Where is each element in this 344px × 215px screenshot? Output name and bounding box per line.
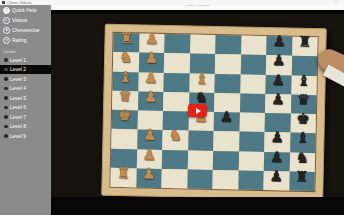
square-c6 xyxy=(240,74,266,94)
level-bullet-icon xyxy=(4,106,8,110)
square-e1: ♚ xyxy=(112,110,138,130)
level-bullet-icon xyxy=(4,68,8,72)
square-h1: ♜ xyxy=(110,168,136,188)
sidebar-item-level-7[interactable]: Level 7 xyxy=(0,112,51,122)
sidebar-menu: ?Quick Help▸Videos♞Chessercise★Rating xyxy=(0,5,51,45)
white-pawn-d2: ♟ xyxy=(138,87,164,107)
black-pawn-b7: ♟ xyxy=(266,51,292,71)
square-e6 xyxy=(239,113,265,133)
square-h8: ♜ xyxy=(289,171,315,191)
sidebar-item-label: Videos xyxy=(12,17,27,23)
exercise-icon: ♞ xyxy=(3,27,10,34)
square-h3 xyxy=(161,169,187,189)
white-pawn-b2: ♟ xyxy=(138,49,164,69)
sidebar: ?Quick Help▸Videos♞Chessercise★Rating Le… xyxy=(0,5,51,215)
window-title: Chess Videos xyxy=(7,0,32,5)
chess-board-frame: ♜♟♟♜♞♟♟♝♟♝♟♝♛♟♞♟♛♚♟♟♚♟♞♟♝♟♟♞♜♟♟♜ xyxy=(101,24,327,197)
play-button[interactable] xyxy=(188,104,207,117)
video-controls-bar[interactable] xyxy=(51,197,344,215)
level-label: Level 9 xyxy=(10,133,26,139)
square-a8: ♜ xyxy=(292,37,318,57)
black-pawn-f7: ♟ xyxy=(264,128,290,148)
sidebar-item-label: Rating xyxy=(12,37,26,43)
square-f6 xyxy=(239,132,265,152)
app-window: Chess Videos ⋯ ?Quick Help▸Videos♞Chesse… xyxy=(0,0,344,215)
black-pawn-d7: ♟ xyxy=(265,90,291,110)
video-player[interactable]: ♜♟♟♜♞♟♟♝♟♝♟♝♛♟♞♟♛♚♟♟♚♟♞♟♝♟♟♞♜♟♟♜ xyxy=(51,10,344,215)
square-a6 xyxy=(241,36,267,56)
square-h5 xyxy=(212,170,238,190)
square-b5 xyxy=(215,54,241,74)
sidebar-item-chessercise[interactable]: ♞Chessercise xyxy=(0,25,51,35)
sidebar-item-label: Quick Help xyxy=(12,7,36,13)
level-bullet-icon xyxy=(4,58,8,62)
white-queen-d1: ♛ xyxy=(112,87,138,107)
square-h7: ♟ xyxy=(263,171,289,191)
square-a3 xyxy=(164,34,190,54)
levels-section-label: Levels xyxy=(0,48,51,55)
window-controls[interactable]: ⋯ xyxy=(334,1,340,4)
square-h6 xyxy=(238,170,264,190)
white-pawn-f2: ♟ xyxy=(137,126,163,146)
sidebar-item-level-3[interactable]: Level 3 xyxy=(0,74,51,84)
app-icon xyxy=(2,1,5,4)
black-bishop-c8: ♝ xyxy=(291,71,317,91)
black-pawn-a7: ♟ xyxy=(266,32,292,52)
white-bishop-c4: ♝ xyxy=(189,69,215,89)
black-queen-d8: ♛ xyxy=(291,90,317,110)
level-bullet-icon xyxy=(4,77,8,81)
square-d3 xyxy=(163,92,189,112)
sidebar-item-level-9[interactable]: Level 9 xyxy=(0,131,51,141)
level-label: Level 2 xyxy=(10,66,26,72)
chess-board: ♜♟♟♜♞♟♟♝♟♝♟♝♛♟♞♟♛♚♟♟♚♟♞♟♝♟♟♞♜♟♟♜ xyxy=(109,32,318,192)
level-label: Level 6 xyxy=(10,104,26,110)
black-pawn-h7: ♟ xyxy=(263,167,289,187)
sidebar-item-level-5[interactable]: Level 5 xyxy=(0,93,51,103)
white-knight-b1: ♞ xyxy=(113,48,139,68)
square-f3: ♞ xyxy=(162,130,188,150)
black-king-e8: ♚ xyxy=(290,110,316,130)
square-b3 xyxy=(164,53,190,73)
level-bullet-icon xyxy=(4,134,8,138)
square-f5 xyxy=(213,131,239,151)
sidebar-item-rating[interactable]: ★Rating xyxy=(0,35,51,45)
black-rook-h8: ♜ xyxy=(289,167,315,187)
level-label: Level 8 xyxy=(10,123,26,129)
square-c3 xyxy=(163,72,189,92)
play-icon xyxy=(196,108,201,114)
black-knight-g8: ♞ xyxy=(289,148,315,168)
sidebar-item-label: Chessercise xyxy=(12,27,40,33)
square-g4 xyxy=(187,150,213,170)
square-g3 xyxy=(162,149,188,169)
levels-list: Level 1Level 2Level 3Level 4Level 5Level… xyxy=(0,55,51,141)
level-label: Level 5 xyxy=(10,95,26,101)
sidebar-item-level-6[interactable]: Level 6 xyxy=(0,103,51,113)
square-f1 xyxy=(111,129,137,149)
square-b6 xyxy=(240,55,266,75)
white-king-e1: ♚ xyxy=(112,106,138,126)
sidebar-item-level-2[interactable]: Level 2 xyxy=(0,65,51,75)
black-pawn-e5: ♟ xyxy=(214,108,240,128)
square-c5 xyxy=(214,74,240,94)
level-label: Level 4 xyxy=(10,85,26,91)
black-rook-a8: ♜ xyxy=(292,33,318,53)
level-bullet-icon xyxy=(4,87,8,91)
level-label: Level 7 xyxy=(10,114,26,120)
white-knight-f3: ♞ xyxy=(162,126,188,146)
square-h4 xyxy=(187,169,213,189)
sidebar-item-level-8[interactable]: Level 8 xyxy=(0,122,51,132)
black-pawn-g7: ♟ xyxy=(264,148,290,168)
level-bullet-icon xyxy=(4,115,8,119)
main-area: Chess Videos ♜♟♟♜♞♟♟♝♟♝♟♝♛♟♞♟♛♚♟♟♚♟♞♟♝♟♟… xyxy=(51,5,344,215)
white-rook-h1: ♜ xyxy=(110,164,136,184)
square-g5 xyxy=(213,150,239,170)
sidebar-item-level-1[interactable]: Level 1 xyxy=(0,55,51,65)
white-pawn-g2: ♟ xyxy=(136,145,162,165)
square-d6 xyxy=(239,93,265,113)
help-icon: ? xyxy=(3,7,10,14)
square-h2: ♟ xyxy=(136,168,162,188)
square-d7: ♟ xyxy=(265,94,291,114)
level-label: Level 1 xyxy=(10,57,26,63)
white-pawn-h2: ♟ xyxy=(136,164,162,184)
white-pawn-a2: ♟ xyxy=(139,29,165,49)
square-f4 xyxy=(188,131,214,151)
white-rook-a1: ♜ xyxy=(113,29,139,49)
sidebar-item-level-4[interactable]: Level 4 xyxy=(0,84,51,94)
black-bishop-f8: ♝ xyxy=(290,129,316,149)
level-bullet-icon xyxy=(4,125,8,129)
black-pawn-c7: ♟ xyxy=(265,71,291,91)
square-a5 xyxy=(215,35,241,55)
videos-icon: ▸ xyxy=(3,17,10,24)
sidebar-item-videos[interactable]: ▸Videos xyxy=(0,15,51,25)
square-g6 xyxy=(238,151,264,171)
square-d2: ♟ xyxy=(138,91,164,111)
sidebar-item-quick-help[interactable]: ?Quick Help xyxy=(0,5,51,15)
level-label: Level 3 xyxy=(10,76,26,82)
square-e5: ♟ xyxy=(214,112,240,132)
square-a4 xyxy=(190,34,216,54)
title-bar: Chess Videos ⋯ xyxy=(0,0,344,5)
white-pawn-c2: ♟ xyxy=(138,68,164,88)
white-bishop-c1: ♝ xyxy=(113,67,139,87)
level-bullet-icon xyxy=(4,96,8,100)
rating-icon: ★ xyxy=(3,37,10,44)
